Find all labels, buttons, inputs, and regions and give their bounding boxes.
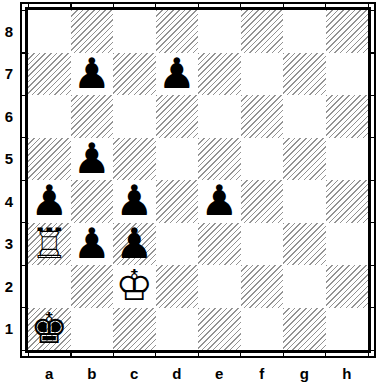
square-d8[interactable] [156, 10, 199, 53]
square-c5[interactable] [113, 138, 156, 181]
file-label-f: f [241, 360, 284, 386]
square-b1[interactable] [71, 308, 114, 351]
file-label-c: c [113, 360, 156, 386]
piece-black-pawn[interactable]: ♟ [200, 180, 238, 222]
board-frame: ♟♟♟♟♟♟♖♟♟♔♚ [20, 2, 376, 358]
square-e3[interactable] [198, 223, 241, 266]
square-h4[interactable] [326, 180, 369, 223]
square-d2[interactable] [156, 265, 199, 308]
rank-label-8: 8 [0, 10, 18, 53]
piece-white-rook[interactable]: ♖ [30, 223, 68, 265]
square-c8[interactable] [113, 10, 156, 53]
piece-black-pawn[interactable]: ♟ [158, 53, 196, 95]
rank-label-2: 2 [0, 265, 18, 308]
square-c3[interactable]: ♟ [113, 223, 156, 266]
square-e8[interactable] [198, 10, 241, 53]
square-g7[interactable] [283, 53, 326, 96]
rank-labels: 87654321 [0, 10, 18, 350]
square-f7[interactable] [241, 53, 284, 96]
square-d1[interactable] [156, 308, 199, 351]
square-g5[interactable] [283, 138, 326, 181]
square-d6[interactable] [156, 95, 199, 138]
square-b6[interactable] [71, 95, 114, 138]
square-b2[interactable] [71, 265, 114, 308]
square-c1[interactable] [113, 308, 156, 351]
square-e5[interactable] [198, 138, 241, 181]
square-f2[interactable] [241, 265, 284, 308]
square-c6[interactable] [113, 95, 156, 138]
square-c2[interactable]: ♔ [113, 265, 156, 308]
rank-label-5: 5 [0, 138, 18, 181]
piece-black-pawn[interactable]: ♟ [30, 180, 68, 222]
square-f3[interactable] [241, 223, 284, 266]
square-d5[interactable] [156, 138, 199, 181]
rank-label-7: 7 [0, 53, 18, 96]
square-h5[interactable] [326, 138, 369, 181]
square-b3[interactable]: ♟ [71, 223, 114, 266]
square-d4[interactable] [156, 180, 199, 223]
board-grid: ♟♟♟♟♟♟♖♟♟♔♚ [28, 10, 368, 350]
square-h3[interactable] [326, 223, 369, 266]
square-f4[interactable] [241, 180, 284, 223]
file-label-e: e [198, 360, 241, 386]
piece-black-pawn[interactable]: ♟ [115, 223, 153, 265]
piece-white-king[interactable]: ♔ [115, 265, 153, 307]
square-g2[interactable] [283, 265, 326, 308]
file-label-b: b [71, 360, 114, 386]
square-d3[interactable] [156, 223, 199, 266]
square-h8[interactable] [326, 10, 369, 53]
rank-label-3: 3 [0, 223, 18, 266]
square-a4[interactable]: ♟ [28, 180, 71, 223]
square-b5[interactable]: ♟ [71, 138, 114, 181]
square-b7[interactable]: ♟ [71, 53, 114, 96]
square-e4[interactable]: ♟ [198, 180, 241, 223]
square-a2[interactable] [28, 265, 71, 308]
square-e7[interactable] [198, 53, 241, 96]
square-e6[interactable] [198, 95, 241, 138]
square-g1[interactable] [283, 308, 326, 351]
square-e1[interactable] [198, 308, 241, 351]
square-h6[interactable] [326, 95, 369, 138]
square-b8[interactable] [71, 10, 114, 53]
square-b4[interactable] [71, 180, 114, 223]
square-f1[interactable] [241, 308, 284, 351]
chess-diagram: 87654321 ♟♟♟♟♟♟♖♟♟♔♚ abcdefgh [0, 0, 386, 389]
square-e2[interactable] [198, 265, 241, 308]
file-label-d: d [156, 360, 199, 386]
square-a6[interactable] [28, 95, 71, 138]
square-c4[interactable]: ♟ [113, 180, 156, 223]
square-a5[interactable] [28, 138, 71, 181]
square-g3[interactable] [283, 223, 326, 266]
file-label-h: h [326, 360, 369, 386]
square-h1[interactable] [326, 308, 369, 351]
piece-black-pawn[interactable]: ♟ [115, 180, 153, 222]
square-g4[interactable] [283, 180, 326, 223]
square-h2[interactable] [326, 265, 369, 308]
square-a1[interactable]: ♚ [28, 308, 71, 351]
square-a8[interactable] [28, 10, 71, 53]
square-g8[interactable] [283, 10, 326, 53]
piece-black-pawn[interactable]: ♟ [73, 53, 111, 95]
square-f6[interactable] [241, 95, 284, 138]
board-frame-outer: ♟♟♟♟♟♟♖♟♟♔♚ [20, 2, 376, 358]
file-label-a: a [28, 360, 71, 386]
rank-label-6: 6 [0, 95, 18, 138]
piece-black-pawn[interactable]: ♟ [73, 138, 111, 180]
file-labels: abcdefgh [28, 360, 368, 386]
square-f8[interactable] [241, 10, 284, 53]
square-a3[interactable]: ♖ [28, 223, 71, 266]
piece-black-king[interactable]: ♚ [30, 308, 68, 350]
rank-label-4: 4 [0, 180, 18, 223]
board-frame-inner: ♟♟♟♟♟♟♖♟♟♔♚ [25, 7, 371, 353]
rank-label-1: 1 [0, 308, 18, 351]
square-d7[interactable]: ♟ [156, 53, 199, 96]
square-h7[interactable] [326, 53, 369, 96]
file-label-g: g [283, 360, 326, 386]
square-a7[interactable] [28, 53, 71, 96]
square-c7[interactable] [113, 53, 156, 96]
square-f5[interactable] [241, 138, 284, 181]
square-g6[interactable] [283, 95, 326, 138]
piece-black-pawn[interactable]: ♟ [73, 223, 111, 265]
